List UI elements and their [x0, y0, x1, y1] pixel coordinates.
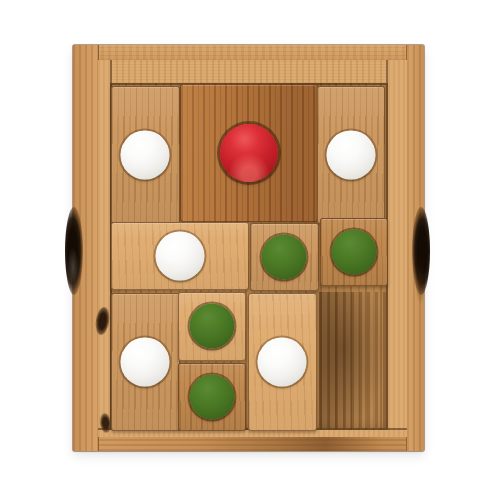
puzzle-box: [73, 45, 424, 451]
tray-floor: [110, 83, 388, 430]
green-marble: [262, 234, 307, 279]
king-2x2-block[interactable]: [180, 84, 318, 222]
green-marble: [189, 304, 234, 349]
finger-notch-left: [65, 207, 83, 295]
green-marble: [189, 374, 234, 419]
green-marble: [331, 229, 376, 274]
pawn-1x1-block[interactable]: [178, 363, 247, 431]
soldier-vertical-1x2-block[interactable]: [111, 293, 180, 431]
white-marble: [121, 338, 170, 387]
box-frame-bottom: [73, 436, 424, 451]
pawn-1x1-block[interactable]: [178, 292, 247, 360]
red-marble: [220, 124, 278, 182]
soldier-vertical-1x2-block[interactable]: [317, 86, 386, 224]
white-marble: [156, 231, 205, 280]
white-marble: [258, 338, 307, 387]
tray-rim-top: [98, 60, 407, 85]
tray-rim-right: [386, 60, 407, 437]
finger-notch-right: [412, 207, 430, 295]
tray-floor-grain-shade: [319, 292, 387, 428]
white-marble: [326, 130, 375, 179]
box-frame-top: [73, 45, 424, 61]
white-marble: [121, 130, 170, 179]
pawn-1x1-block[interactable]: [320, 218, 389, 286]
photo-background: [0, 0, 500, 500]
soldier-vertical-1x2-block[interactable]: [248, 293, 317, 431]
soldier-horizontal-2x1-block[interactable]: [111, 222, 249, 290]
soldier-vertical-1x2-block[interactable]: [111, 86, 180, 224]
pawn-1x1-block[interactable]: [250, 223, 319, 291]
